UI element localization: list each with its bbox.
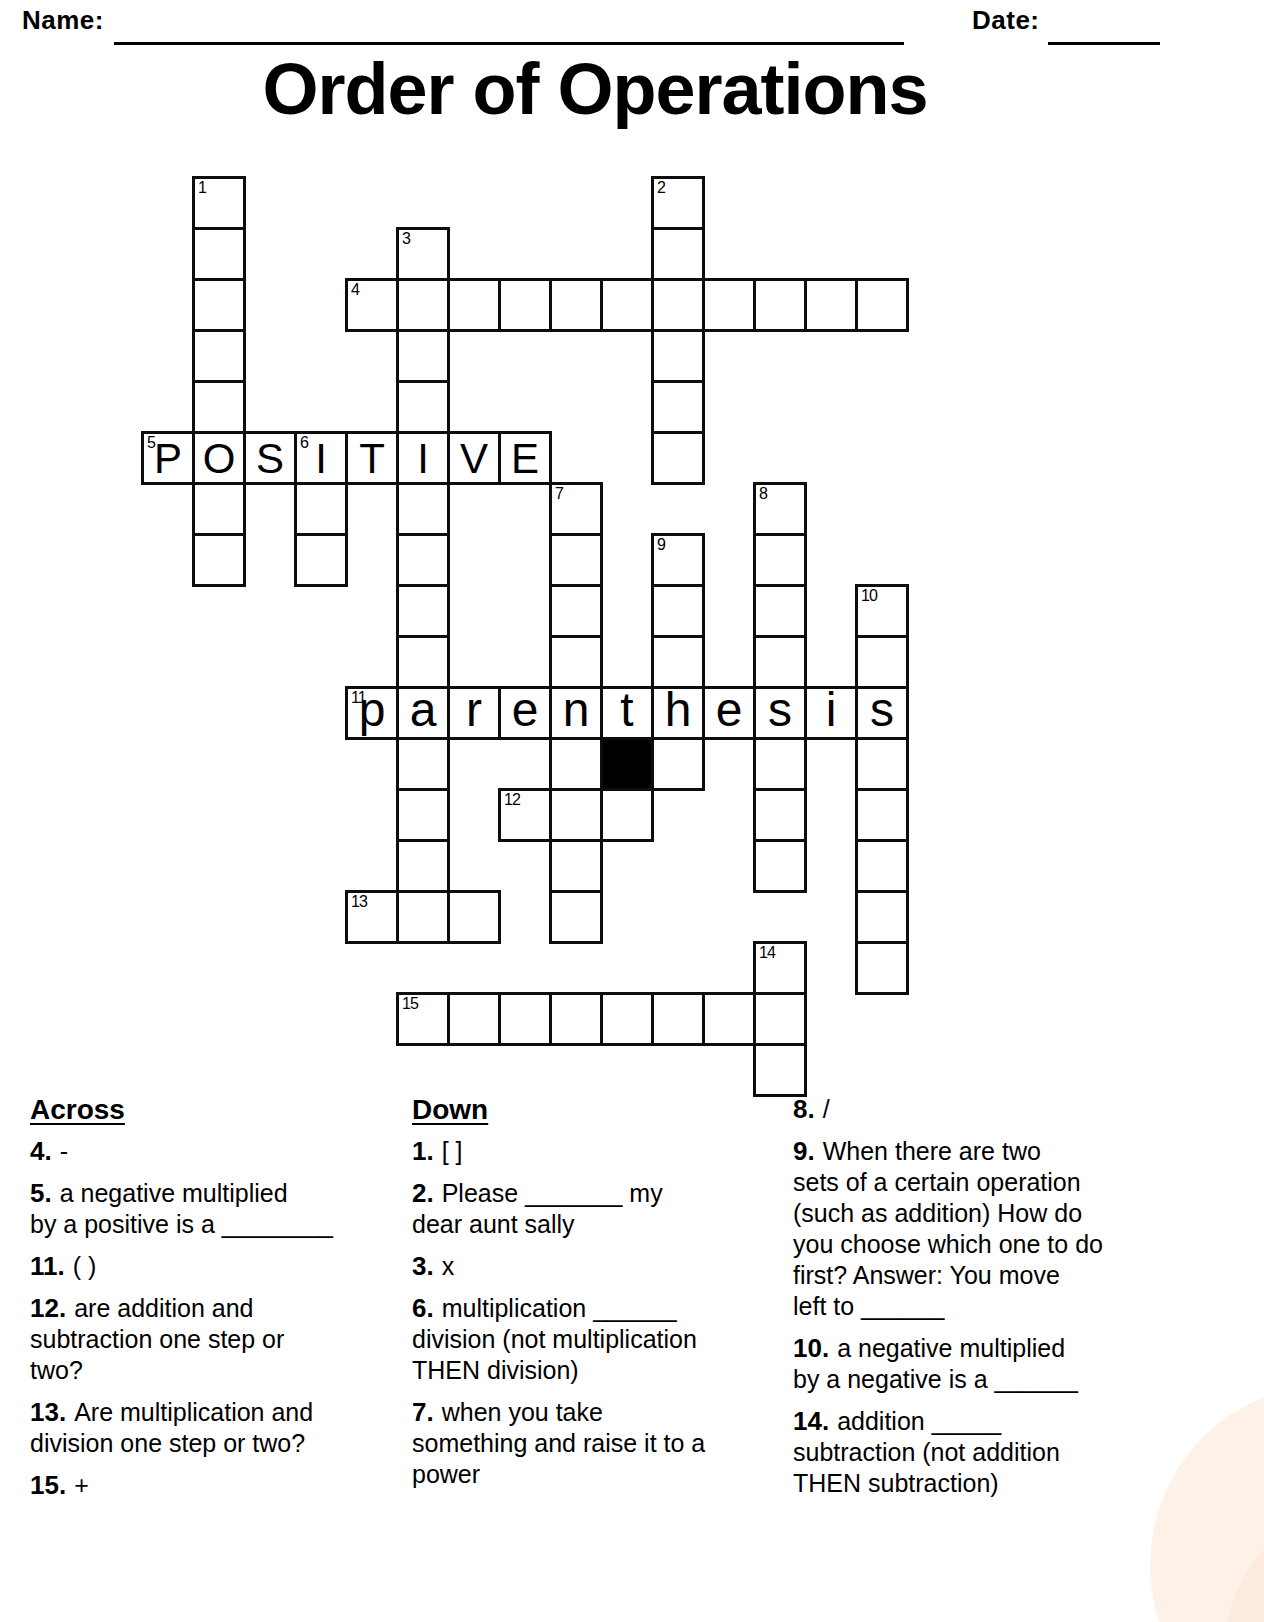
- clue-text: addition _____ subtraction (not addition…: [793, 1407, 1060, 1497]
- grid-cell-r14c8[interactable]: [549, 890, 603, 944]
- grid-cell-r11c8[interactable]: [549, 737, 603, 791]
- grid-cell-r6c1[interactable]: [192, 482, 246, 536]
- clue-number-label: 13.: [30, 1397, 66, 1427]
- grid-cell-r4c10[interactable]: [651, 380, 705, 434]
- grid-cell-r13c8[interactable]: [549, 839, 603, 893]
- grid-cell-r2c8[interactable]: [549, 278, 603, 332]
- grid-cell-r9c8[interactable]: [549, 635, 603, 689]
- grid-cell-r13c5[interactable]: [396, 839, 450, 893]
- grid-cell-r5c6[interactable]: V: [447, 431, 501, 485]
- grid-cell-r10c5[interactable]: a: [396, 686, 450, 740]
- grid-cell-r4c1[interactable]: [192, 380, 246, 434]
- clue-10-down: 10.a negative multiplied by a negative i…: [793, 1333, 1173, 1395]
- clue-6-down: 6.multiplication ______ division (not mu…: [412, 1293, 790, 1386]
- grid-cell-r11c5[interactable]: [396, 737, 450, 791]
- across-clues-column: Across 4.-5.a negative multiplied by a p…: [30, 1094, 402, 1512]
- clue-number-7: 7: [555, 485, 563, 503]
- grid-cell-r10c11[interactable]: e: [702, 686, 756, 740]
- clue-text: a negative multiplied by a negative is a…: [793, 1334, 1078, 1393]
- clue-13-across: 13.Are multiplication and division one s…: [30, 1397, 402, 1459]
- clue-number-label: 3.: [412, 1251, 434, 1281]
- filled-letter: h: [665, 686, 692, 734]
- filled-letter: P: [154, 438, 182, 480]
- grid-cell-r5c4[interactable]: T: [345, 431, 399, 485]
- filled-letter: r: [466, 686, 482, 734]
- clue-number-6: 6: [300, 434, 308, 452]
- grid-cell-r8c12[interactable]: [753, 584, 807, 638]
- clue-number-label: 14.: [793, 1406, 829, 1436]
- grid-cell-r12c12[interactable]: [753, 788, 807, 842]
- grid-cell-r11c10[interactable]: [651, 737, 705, 791]
- clue-number-label: 7.: [412, 1397, 434, 1427]
- clue-5-across: 5.a negative multiplied by a positive is…: [30, 1178, 402, 1240]
- across-heading: Across: [30, 1094, 402, 1126]
- clue-1-down: 1.[ ]: [412, 1136, 790, 1167]
- filled-letter: t: [620, 686, 633, 734]
- down-clues-column: Down 1.[ ]2.Please _______ my dear aunt …: [412, 1094, 790, 1501]
- clue-text: ( ): [73, 1252, 97, 1280]
- black-cell: [600, 737, 654, 791]
- grid-cell-r12c8[interactable]: [549, 788, 603, 842]
- filled-letter: O: [203, 438, 236, 480]
- grid-cell-r5c5[interactable]: I: [396, 431, 450, 485]
- filled-letter: i: [826, 686, 837, 734]
- grid-cell-r2c9[interactable]: [600, 278, 654, 332]
- grid-cell-r8c5[interactable]: [396, 584, 450, 638]
- grid-cell-r16c11[interactable]: [702, 992, 756, 1046]
- filled-letter: n: [563, 686, 590, 734]
- grid-cell-r10c10[interactable]: h: [651, 686, 705, 740]
- grid-cell-r3c10[interactable]: [651, 329, 705, 383]
- filled-letter: T: [359, 438, 385, 480]
- filled-letter: E: [511, 438, 539, 480]
- clue-number-10: 10: [861, 587, 877, 605]
- clue-number-label: 4.: [30, 1136, 52, 1166]
- filled-letter: S: [256, 438, 284, 480]
- clue-number-12: 12: [504, 791, 520, 809]
- clue-number-3: 3: [402, 230, 410, 248]
- grid-cell-r16c12[interactable]: [753, 992, 807, 1046]
- grid-cell-r1c5[interactable]: 3: [396, 227, 450, 281]
- grid-cell-r11c14[interactable]: [855, 737, 909, 791]
- clue-number-label: 9.: [793, 1136, 815, 1166]
- clue-9-down: 9.When there are two sets of a certain o…: [793, 1136, 1173, 1322]
- clue-11-across: 11.( ): [30, 1251, 402, 1282]
- grid-cell-r2c10[interactable]: [651, 278, 705, 332]
- clue-number-label: 11.: [30, 1251, 65, 1281]
- grid-cell-r3c1[interactable]: [192, 329, 246, 383]
- down-clues-column-continued: 8./9.When there are two sets of a certai…: [793, 1094, 1173, 1510]
- grid-cell-r7c3[interactable]: [294, 533, 348, 587]
- grid-cell-r2c5[interactable]: [396, 278, 450, 332]
- grid-cell-r16c5[interactable]: 15: [396, 992, 450, 1046]
- grid-cell-r7c5[interactable]: [396, 533, 450, 587]
- grid-cell-r1c10[interactable]: [651, 227, 705, 281]
- grid-cell-r2c4[interactable]: 4: [345, 278, 399, 332]
- clue-2-down: 2.Please _______ my dear aunt sally: [412, 1178, 790, 1240]
- grid-cell-r14c5[interactable]: [396, 890, 450, 944]
- clue-number-label: 15.: [30, 1470, 66, 1500]
- grid-cell-r9c12[interactable]: [753, 635, 807, 689]
- clue-number-label: 1.: [412, 1136, 434, 1166]
- grid-cell-r6c3[interactable]: [294, 482, 348, 536]
- grid-cell-r12c9[interactable]: [600, 788, 654, 842]
- grid-cell-r15c12[interactable]: 14: [753, 941, 807, 995]
- grid-cell-r12c14[interactable]: [855, 788, 909, 842]
- grid-cell-r14c4[interactable]: 13: [345, 890, 399, 944]
- filled-letter: I: [315, 438, 327, 480]
- clue-12-across: 12.are addition and subtraction one step…: [30, 1293, 402, 1386]
- clue-text: [ ]: [442, 1137, 463, 1165]
- grid-cell-r17c12[interactable]: [753, 1043, 807, 1097]
- grid-cell-r5c3[interactable]: 6I: [294, 431, 348, 485]
- filled-letter: e: [716, 686, 743, 734]
- grid-cell-r13c14[interactable]: [855, 839, 909, 893]
- grid-cell-r5c0[interactable]: 5P: [141, 431, 195, 485]
- clue-8-down: 8./: [793, 1094, 1173, 1125]
- grid-cell-r2c6[interactable]: [447, 278, 501, 332]
- filled-letter: a: [410, 686, 437, 734]
- grid-cell-r2c1[interactable]: [192, 278, 246, 332]
- clue-number-label: 5.: [30, 1178, 52, 1208]
- clue-15-across: 15.+: [30, 1470, 402, 1501]
- clue-3-down: 3.x: [412, 1251, 790, 1282]
- grid-cell-r6c5[interactable]: [396, 482, 450, 536]
- grid-cell-r2c12[interactable]: [753, 278, 807, 332]
- grid-cell-r6c8[interactable]: 7: [549, 482, 603, 536]
- grid-cell-r16c6[interactable]: [447, 992, 501, 1046]
- date-blank-line[interactable]: [1048, 42, 1160, 45]
- clue-4-across: 4.-: [30, 1136, 402, 1167]
- grid-cell-r12c7[interactable]: 12: [498, 788, 552, 842]
- grid-cell-r7c8[interactable]: [549, 533, 603, 587]
- grid-cell-r1c1[interactable]: [192, 227, 246, 281]
- grid-cell-r2c7[interactable]: [498, 278, 552, 332]
- clue-number-1: 1: [198, 179, 206, 197]
- clue-7-down: 7.when you take something and raise it t…: [412, 1397, 790, 1490]
- grid-cell-r14c14[interactable]: [855, 890, 909, 944]
- grid-cell-r0c1[interactable]: 1: [192, 176, 246, 230]
- clue-number-14: 14: [759, 944, 775, 962]
- clue-text: when you take something and raise it to …: [412, 1398, 705, 1488]
- clue-text: -: [60, 1137, 68, 1165]
- filled-letter: s: [768, 686, 792, 734]
- grid-cell-r7c1[interactable]: [192, 533, 246, 587]
- name-label: Name:: [22, 5, 104, 36]
- grid-cell-r16c10[interactable]: [651, 992, 705, 1046]
- filled-letter: V: [460, 438, 488, 480]
- grid-cell-r15c14[interactable]: [855, 941, 909, 995]
- grid-cell-r12c5[interactable]: [396, 788, 450, 842]
- filled-letter: e: [512, 686, 539, 734]
- grid-cell-r10c6[interactable]: r: [447, 686, 501, 740]
- worksheet-page: Name: Date: Order of Operations 12345POS…: [0, 0, 1264, 1622]
- grid-cell-r4c5[interactable]: [396, 380, 450, 434]
- grid-cell-r11c12[interactable]: [753, 737, 807, 791]
- grid-cell-r9c5[interactable]: [396, 635, 450, 689]
- clue-text: +: [74, 1471, 89, 1499]
- grid-cell-r10c8[interactable]: n: [549, 686, 603, 740]
- clue-number-13: 13: [351, 893, 367, 911]
- grid-cell-r2c11[interactable]: [702, 278, 756, 332]
- grid-cell-r8c14[interactable]: 10: [855, 584, 909, 638]
- grid-cell-r16c9[interactable]: [600, 992, 654, 1046]
- clue-number-2: 2: [657, 179, 665, 197]
- grid-cell-r3c5[interactable]: [396, 329, 450, 383]
- grid-cell-r14c6[interactable]: [447, 890, 501, 944]
- grid-cell-r13c12[interactable]: [753, 839, 807, 893]
- date-label: Date:: [972, 5, 1040, 36]
- page-title: Order of Operations: [0, 48, 1190, 130]
- clue-number-4: 4: [351, 281, 359, 299]
- grid-cell-r5c7[interactable]: E: [498, 431, 552, 485]
- grid-cell-r5c1[interactable]: O: [192, 431, 246, 485]
- grid-cell-r10c12[interactable]: s: [753, 686, 807, 740]
- clue-14-down: 14.addition _____ subtraction (not addit…: [793, 1406, 1173, 1499]
- clue-text: When there are two sets of a certain ope…: [793, 1137, 1103, 1320]
- clue-number-label: 10.: [793, 1333, 829, 1363]
- grid-cell-r9c10[interactable]: [651, 635, 705, 689]
- filled-letter: p: [359, 686, 386, 734]
- grid-cell-r2c13[interactable]: [804, 278, 858, 332]
- grid-cell-r0c10[interactable]: 2: [651, 176, 705, 230]
- grid-cell-r5c2[interactable]: S: [243, 431, 297, 485]
- grid-cell-r6c12[interactable]: 8: [753, 482, 807, 536]
- grid-cell-r10c13[interactable]: i: [804, 686, 858, 740]
- grid-cell-r10c9[interactable]: t: [600, 686, 654, 740]
- clue-text: multiplication ______ division (not mult…: [412, 1294, 697, 1384]
- grid-cell-r8c10[interactable]: [651, 584, 705, 638]
- grid-cell-r9c14[interactable]: [855, 635, 909, 689]
- clue-number-label: 8.: [793, 1094, 815, 1124]
- grid-cell-r10c14[interactable]: s: [855, 686, 909, 740]
- grid-cell-r10c4[interactable]: 11p: [345, 686, 399, 740]
- grid-cell-r16c7[interactable]: [498, 992, 552, 1046]
- name-blank-line[interactable]: [114, 42, 904, 45]
- clue-text: x: [442, 1252, 455, 1280]
- grid-cell-r7c10[interactable]: 9: [651, 533, 705, 587]
- grid-cell-r2c14[interactable]: [855, 278, 909, 332]
- grid-cell-r16c8[interactable]: [549, 992, 603, 1046]
- clue-text: a negative multiplied by a positive is a…: [30, 1179, 333, 1238]
- grid-cell-r5c10[interactable]: [651, 431, 705, 485]
- filled-letter: s: [870, 686, 894, 734]
- filled-letter: I: [417, 438, 429, 480]
- clue-number-label: 6.: [412, 1293, 434, 1323]
- down-heading: Down: [412, 1094, 790, 1126]
- clue-text: Please _______ my dear aunt sally: [412, 1179, 663, 1238]
- clue-text: /: [823, 1095, 830, 1123]
- grid-cell-r10c7[interactable]: e: [498, 686, 552, 740]
- clue-text: are addition and subtraction one step or…: [30, 1294, 284, 1384]
- clue-number-15: 15: [402, 995, 418, 1013]
- clue-number-label: 2.: [412, 1178, 434, 1208]
- grid-cell-r8c8[interactable]: [549, 584, 603, 638]
- grid-cell-r7c12[interactable]: [753, 533, 807, 587]
- clue-number-9: 9: [657, 536, 665, 554]
- clue-number-8: 8: [759, 485, 767, 503]
- clue-number-label: 12.: [30, 1293, 66, 1323]
- clue-text: Are multiplication and division one step…: [30, 1398, 313, 1457]
